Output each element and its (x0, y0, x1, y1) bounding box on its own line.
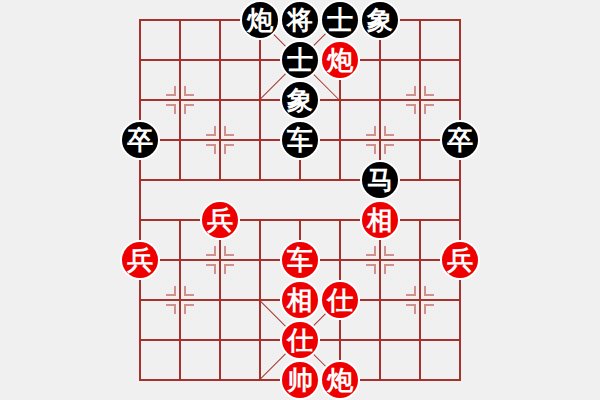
piece-black-elephant[interactable]: 象 (360, 0, 400, 40)
piece-red-cannon[interactable]: 炮 (320, 40, 360, 80)
position-mark (184, 304, 194, 314)
grid-line-vertical-edge (459, 19, 461, 381)
position-mark (184, 286, 194, 296)
position-mark (424, 304, 434, 314)
position-mark (184, 86, 194, 96)
piece-red-general[interactable]: 帅 (280, 360, 320, 400)
grid-line-vertical (379, 19, 381, 181)
position-mark (384, 144, 394, 154)
grid-line-vertical (419, 19, 421, 181)
piece-red-soldier[interactable]: 兵 (440, 240, 480, 280)
position-mark (224, 246, 234, 256)
position-mark (384, 126, 394, 136)
piece-black-advisor[interactable]: 士 (280, 40, 320, 80)
position-mark (384, 246, 394, 256)
position-mark (224, 264, 234, 274)
position-mark (366, 126, 376, 136)
position-mark (166, 304, 176, 314)
position-mark (384, 264, 394, 274)
grid-line-vertical-edge (139, 19, 141, 381)
position-mark (206, 126, 216, 136)
piece-red-advisor[interactable]: 仕 (280, 320, 320, 360)
position-mark (406, 286, 416, 296)
piece-black-cannon[interactable]: 炮 (240, 0, 280, 40)
position-mark (406, 304, 416, 314)
xiangqi-board: 炮将士象士炮象卒车卒马兵相兵车兵相仕仕帅炮 (140, 20, 460, 380)
position-mark (424, 86, 434, 96)
position-mark (366, 246, 376, 256)
piece-black-soldier[interactable]: 卒 (120, 120, 160, 160)
position-mark (166, 104, 176, 114)
position-mark (224, 126, 234, 136)
xiangqi-app-canvas: 炮将士象士炮象卒车卒马兵相兵车兵相仕仕帅炮 (0, 0, 600, 400)
piece-black-advisor[interactable]: 士 (320, 0, 360, 40)
piece-red-elephant[interactable]: 相 (280, 280, 320, 320)
position-mark (184, 104, 194, 114)
piece-red-chariot[interactable]: 车 (280, 240, 320, 280)
grid-line-vertical (179, 219, 181, 381)
position-mark (366, 144, 376, 154)
piece-red-soldier[interactable]: 兵 (200, 200, 240, 240)
position-mark (366, 264, 376, 274)
grid-line-vertical (219, 219, 221, 381)
piece-red-advisor[interactable]: 仕 (320, 280, 360, 320)
piece-black-soldier[interactable]: 卒 (440, 120, 480, 160)
position-mark (166, 86, 176, 96)
position-mark (406, 104, 416, 114)
grid-line-vertical (379, 219, 381, 381)
position-mark (166, 286, 176, 296)
piece-black-horse[interactable]: 马 (360, 160, 400, 200)
piece-black-elephant[interactable]: 象 (280, 80, 320, 120)
piece-red-soldier[interactable]: 兵 (120, 240, 160, 280)
grid-line-vertical (419, 219, 421, 381)
piece-black-general[interactable]: 将 (280, 0, 320, 40)
position-mark (206, 144, 216, 154)
position-mark (206, 246, 216, 256)
position-mark (224, 144, 234, 154)
piece-red-cannon[interactable]: 炮 (320, 360, 360, 400)
position-mark (424, 104, 434, 114)
piece-red-elephant[interactable]: 相 (360, 200, 400, 240)
piece-black-chariot[interactable]: 车 (280, 120, 320, 160)
grid-line-vertical (179, 19, 181, 181)
position-mark (406, 86, 416, 96)
position-mark (206, 264, 216, 274)
position-mark (424, 286, 434, 296)
grid-line-vertical (219, 19, 221, 181)
